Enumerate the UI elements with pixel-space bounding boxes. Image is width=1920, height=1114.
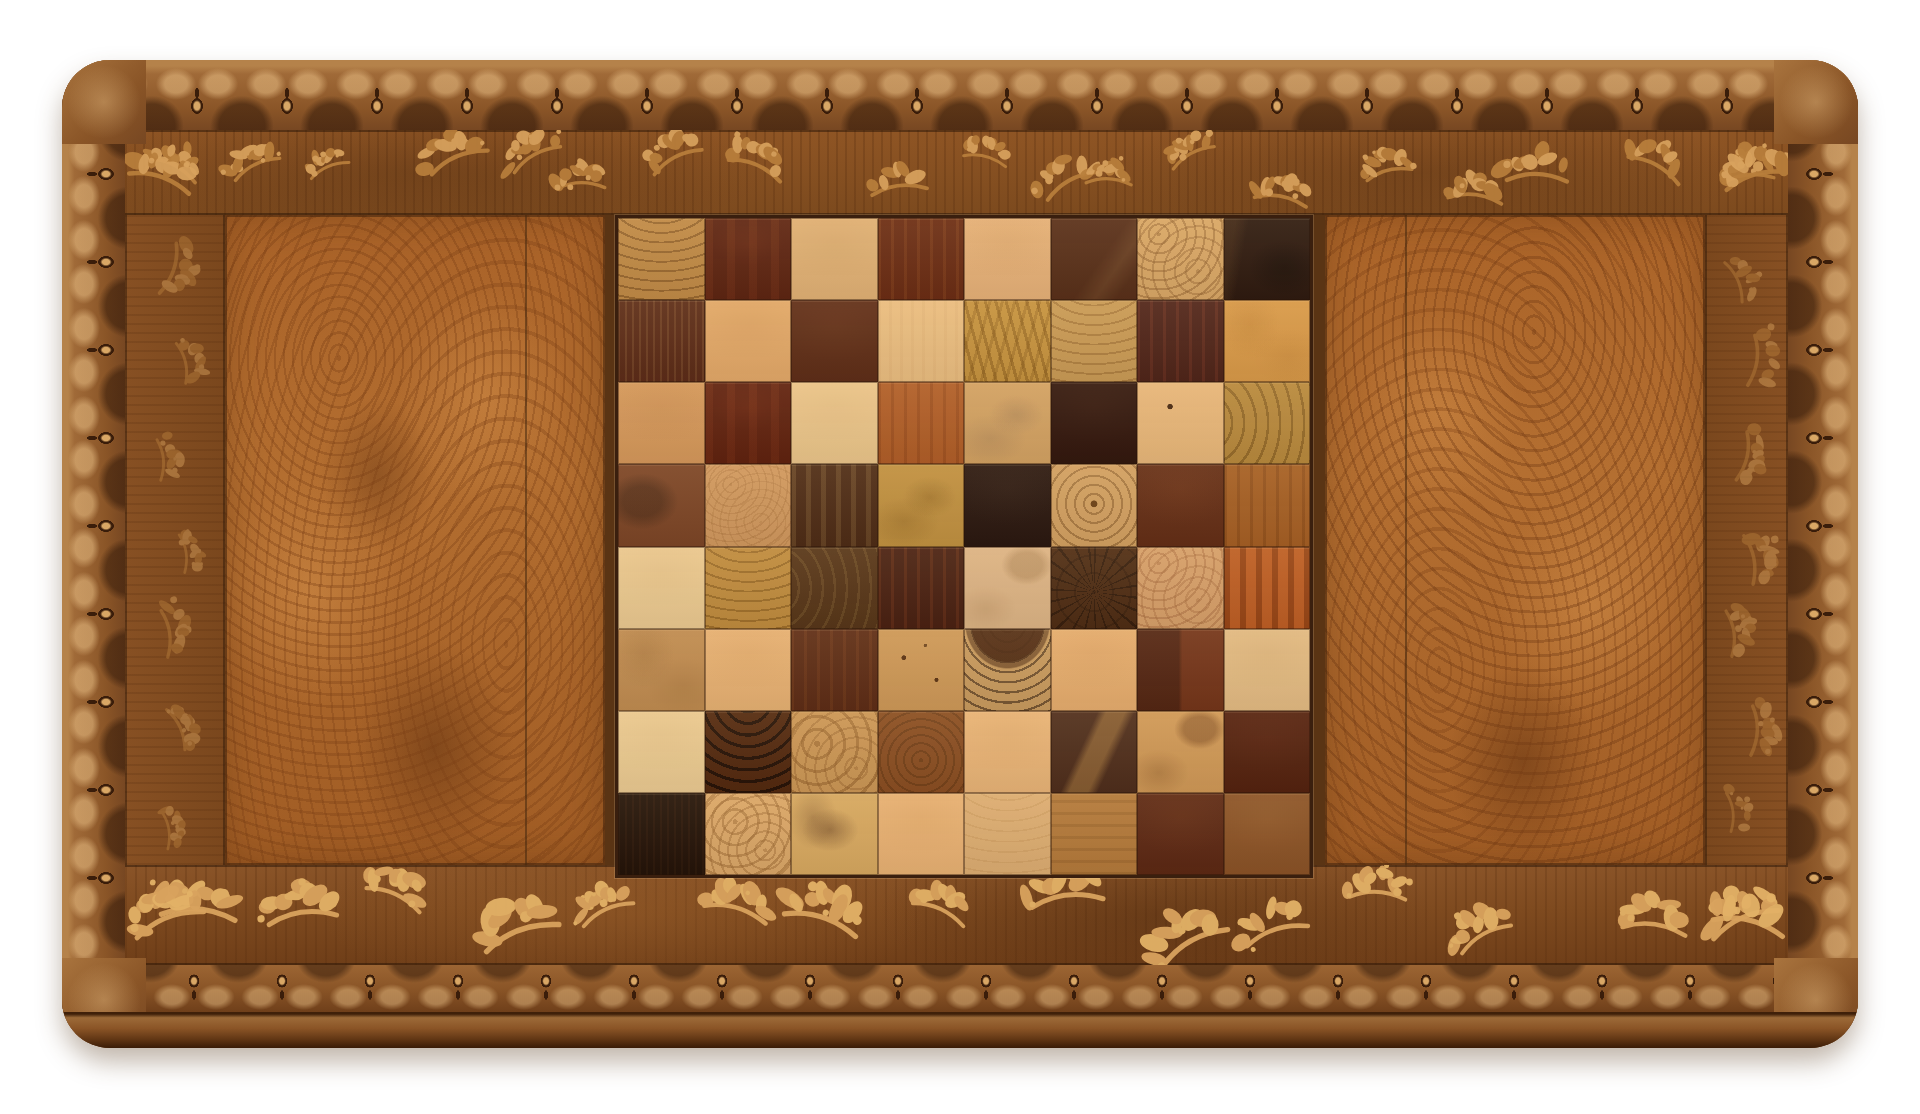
square-h8[interactable]: [1224, 218, 1311, 300]
square-b4[interactable]: [705, 547, 792, 629]
square-d6[interactable]: [878, 382, 965, 464]
carved-corner-top-left: [62, 60, 146, 144]
square-b2[interactable]: [705, 711, 792, 793]
foliage-inlay-left: [125, 215, 225, 865]
square-g8[interactable]: [1137, 218, 1224, 300]
games-table-top: [62, 60, 1858, 1048]
square-h1[interactable]: [1224, 793, 1311, 875]
square-g2[interactable]: [1137, 711, 1224, 793]
photo-background: [0, 0, 1920, 1114]
square-b3[interactable]: [705, 629, 792, 711]
square-f7[interactable]: [1051, 300, 1138, 382]
marquetry-band-top: [125, 130, 1788, 215]
square-b8[interactable]: [705, 218, 792, 300]
square-a5[interactable]: [618, 464, 705, 546]
carved-edge-left: [62, 130, 125, 965]
square-h2[interactable]: [1224, 711, 1311, 793]
square-b7[interactable]: [705, 300, 792, 382]
square-d4[interactable]: [878, 547, 965, 629]
square-a8[interactable]: [618, 218, 705, 300]
carved-edge-right: [1788, 130, 1858, 965]
square-c1[interactable]: [791, 793, 878, 875]
carved-corner-top-right: [1774, 60, 1858, 144]
carved-edge-top: [62, 60, 1858, 130]
square-c8[interactable]: [791, 218, 878, 300]
square-a3[interactable]: [618, 629, 705, 711]
square-b1[interactable]: [705, 793, 792, 875]
foliage-inlay-bottom: [125, 865, 1788, 965]
table-front-edge: [62, 1012, 1858, 1048]
square-f4[interactable]: [1051, 547, 1138, 629]
square-e8[interactable]: [964, 218, 1051, 300]
chessboard: [615, 215, 1313, 878]
square-a7[interactable]: [618, 300, 705, 382]
square-b5[interactable]: [705, 464, 792, 546]
square-e5[interactable]: [964, 464, 1051, 546]
square-g5[interactable]: [1137, 464, 1224, 546]
square-h3[interactable]: [1224, 629, 1311, 711]
square-c5[interactable]: [791, 464, 878, 546]
square-a6[interactable]: [618, 382, 705, 464]
marquetry-band-right: [1705, 215, 1788, 865]
veneer-seam-left-panel: [525, 215, 527, 865]
square-c3[interactable]: [791, 629, 878, 711]
foliage-inlay-right: [1705, 215, 1788, 865]
square-e3[interactable]: [964, 629, 1051, 711]
marquetry-band-left: [125, 215, 225, 865]
square-d7[interactable]: [878, 300, 965, 382]
burl-panel-right: [1313, 215, 1705, 865]
square-e2[interactable]: [964, 711, 1051, 793]
burl-panel-left: [225, 215, 615, 865]
square-g1[interactable]: [1137, 793, 1224, 875]
square-f6[interactable]: [1051, 382, 1138, 464]
square-e4[interactable]: [964, 547, 1051, 629]
square-g7[interactable]: [1137, 300, 1224, 382]
square-e7[interactable]: [964, 300, 1051, 382]
square-f8[interactable]: [1051, 218, 1138, 300]
square-e1[interactable]: [964, 793, 1051, 875]
veneer-seam-right-panel: [1405, 215, 1407, 865]
square-a4[interactable]: [618, 547, 705, 629]
square-e6[interactable]: [964, 382, 1051, 464]
square-d3[interactable]: [878, 629, 965, 711]
square-f3[interactable]: [1051, 629, 1138, 711]
square-c2[interactable]: [791, 711, 878, 793]
square-h6[interactable]: [1224, 382, 1311, 464]
square-d2[interactable]: [878, 711, 965, 793]
square-d5[interactable]: [878, 464, 965, 546]
square-g6[interactable]: [1137, 382, 1224, 464]
square-c6[interactable]: [791, 382, 878, 464]
foliage-inlay-top: [125, 130, 1788, 215]
square-c4[interactable]: [791, 547, 878, 629]
square-b6[interactable]: [705, 382, 792, 464]
marquetry-band-bottom: [125, 865, 1788, 965]
square-f2[interactable]: [1051, 711, 1138, 793]
square-a2[interactable]: [618, 711, 705, 793]
carved-edge-bottom: [62, 965, 1858, 1012]
square-g4[interactable]: [1137, 547, 1224, 629]
square-d1[interactable]: [878, 793, 965, 875]
square-h5[interactable]: [1224, 464, 1311, 546]
square-c7[interactable]: [791, 300, 878, 382]
square-h4[interactable]: [1224, 547, 1311, 629]
square-f5[interactable]: [1051, 464, 1138, 546]
square-g3[interactable]: [1137, 629, 1224, 711]
square-d8[interactable]: [878, 218, 965, 300]
square-f1[interactable]: [1051, 793, 1138, 875]
square-a1[interactable]: [618, 793, 705, 875]
square-h7[interactable]: [1224, 300, 1311, 382]
